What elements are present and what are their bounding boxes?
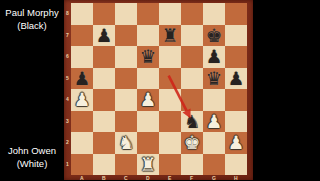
file-label-E: E	[168, 176, 171, 181]
black-player-name: Paul Morphy	[0, 6, 64, 19]
square-c4	[115, 89, 137, 111]
square-h6	[225, 46, 247, 68]
square-g8	[203, 3, 225, 25]
square-e5	[159, 68, 181, 90]
black-player-label: Paul Morphy (Black)	[0, 6, 64, 32]
square-b5	[93, 68, 115, 90]
square-f7	[181, 25, 203, 47]
square-f1	[181, 154, 203, 176]
file-label-A: A	[80, 176, 84, 181]
square-e8	[159, 3, 181, 25]
square-d4	[137, 89, 159, 111]
square-f5	[181, 68, 203, 90]
square-c3	[115, 111, 137, 133]
square-b7	[93, 25, 115, 47]
square-c5	[115, 68, 137, 90]
square-e2	[159, 132, 181, 154]
square-d2	[137, 132, 159, 154]
rank-label-2: 2	[66, 140, 69, 145]
rank-label-8: 8	[66, 11, 69, 16]
chess-board-frame: ♟♜♚♛♟♟♛♟♟♟♞♟♞♚♟♜ 87654321ABCDEFGH	[64, 0, 253, 180]
square-c2	[115, 132, 137, 154]
square-c7	[115, 25, 137, 47]
square-b8	[93, 3, 115, 25]
rank-label-5: 5	[66, 76, 69, 81]
square-f3	[181, 111, 203, 133]
file-label-F: F	[190, 176, 193, 181]
video-frame: Paul Morphy (Black) ♟♜♚♛♟♟♛♟♟♟♞♟♞♚♟♜ 876…	[0, 0, 320, 180]
square-c6	[115, 46, 137, 68]
square-b4	[93, 89, 115, 111]
file-label-B: B	[102, 176, 106, 181]
square-h4	[225, 89, 247, 111]
square-g5	[203, 68, 225, 90]
square-e4	[159, 89, 181, 111]
square-d3	[137, 111, 159, 133]
square-d6	[137, 46, 159, 68]
square-f6	[181, 46, 203, 68]
white-player-name: John Owen	[0, 144, 64, 157]
square-h8	[225, 3, 247, 25]
chess-board	[71, 3, 247, 175]
file-label-H: H	[234, 176, 238, 181]
square-h7	[225, 25, 247, 47]
square-h1	[225, 154, 247, 176]
square-g3	[203, 111, 225, 133]
square-a3	[71, 111, 93, 133]
square-e3	[159, 111, 181, 133]
square-e7	[159, 25, 181, 47]
square-a6	[71, 46, 93, 68]
file-label-G: G	[212, 176, 216, 181]
square-a2	[71, 132, 93, 154]
square-d5	[137, 68, 159, 90]
square-b6	[93, 46, 115, 68]
square-b1	[93, 154, 115, 176]
square-f4	[181, 89, 203, 111]
square-g4	[203, 89, 225, 111]
square-d7	[137, 25, 159, 47]
white-player-label: John Owen (White)	[0, 144, 64, 170]
square-a7	[71, 25, 93, 47]
square-e1	[159, 154, 181, 176]
rank-label-4: 4	[66, 97, 69, 102]
square-h5	[225, 68, 247, 90]
square-f2	[181, 132, 203, 154]
white-player-side: (White)	[0, 157, 64, 170]
rank-label-6: 6	[66, 54, 69, 59]
square-a8	[71, 3, 93, 25]
rank-label-3: 3	[66, 119, 69, 124]
file-label-C: C	[124, 176, 128, 181]
square-a1	[71, 154, 93, 176]
black-player-side: (Black)	[0, 19, 64, 32]
square-h3	[225, 111, 247, 133]
square-g2	[203, 132, 225, 154]
square-e6	[159, 46, 181, 68]
rank-label-1: 1	[66, 162, 69, 167]
square-f8	[181, 3, 203, 25]
rank-label-7: 7	[66, 33, 69, 38]
square-b2	[93, 132, 115, 154]
square-b3	[93, 111, 115, 133]
square-d1	[137, 154, 159, 176]
square-d8	[137, 3, 159, 25]
file-label-D: D	[146, 176, 150, 181]
square-g1	[203, 154, 225, 176]
square-a5	[71, 68, 93, 90]
square-g6	[203, 46, 225, 68]
square-c1	[115, 154, 137, 176]
square-c8	[115, 3, 137, 25]
square-a4	[71, 89, 93, 111]
square-h2	[225, 132, 247, 154]
square-g7	[203, 25, 225, 47]
